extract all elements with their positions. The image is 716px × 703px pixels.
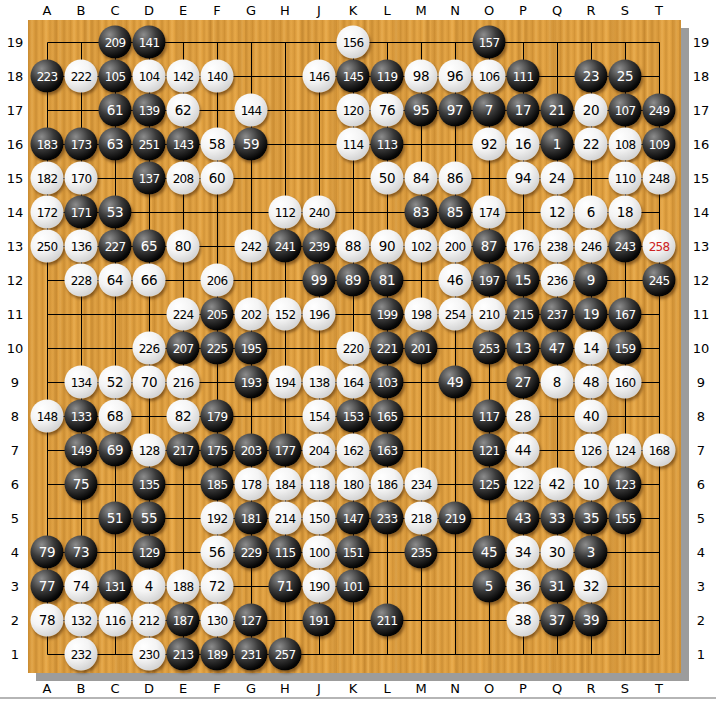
stone-D6-move-135[interactable]: 135: [133, 468, 166, 501]
stone-C19-move-209[interactable]: 209: [99, 26, 132, 59]
stone-E15-move-208[interactable]: 208: [167, 162, 200, 195]
stone-O10-move-253[interactable]: 253: [473, 332, 506, 365]
coord-label-row-18: 18: [7, 69, 24, 84]
stone-K12-move-89[interactable]: 89: [337, 264, 370, 297]
stone-O13-move-87[interactable]: 87: [473, 230, 506, 263]
stone-J2-move-191[interactable]: 191: [303, 604, 336, 637]
stone-P5-move-43[interactable]: 43: [507, 502, 540, 535]
stone-H6-move-184[interactable]: 184: [269, 468, 302, 501]
move-number: 109: [649, 138, 670, 150]
stone-C5-move-51[interactable]: 51: [99, 502, 132, 535]
stone-P11-move-215[interactable]: 215: [507, 298, 540, 331]
stone-K6-move-180[interactable]: 180: [337, 468, 370, 501]
stone-R10-move-14[interactable]: 14: [575, 332, 608, 365]
stone-E2-move-187[interactable]: 187: [167, 604, 200, 637]
stone-R16-move-22[interactable]: 22: [575, 128, 608, 161]
stone-E8-move-82[interactable]: 82: [167, 400, 200, 433]
stone-K3-move-101[interactable]: 101: [337, 570, 370, 603]
stone-A2-move-78[interactable]: 78: [31, 604, 64, 637]
stone-K5-move-147[interactable]: 147: [337, 502, 370, 535]
stone-D7-move-128[interactable]: 128: [133, 434, 166, 467]
move-number: 7: [485, 103, 493, 117]
stone-J4-move-100[interactable]: 100: [303, 536, 336, 569]
stone-P4-move-34[interactable]: 34: [507, 536, 540, 569]
stone-O3-move-5[interactable]: 5: [473, 570, 506, 603]
stone-B9-move-134[interactable]: 134: [65, 366, 98, 399]
stone-D13-move-65[interactable]: 65: [133, 230, 166, 263]
stone-R4-move-3[interactable]: 3: [575, 536, 608, 569]
stone-Q13-move-238[interactable]: 238: [541, 230, 574, 263]
stone-B13-move-136[interactable]: 136: [65, 230, 98, 263]
stone-B3-move-74[interactable]: 74: [65, 570, 98, 603]
move-number: 63: [107, 137, 124, 151]
move-number: 150: [309, 512, 330, 524]
move-number: 220: [343, 342, 364, 354]
stone-N11-move-254[interactable]: 254: [439, 298, 472, 331]
move-number: 234: [411, 478, 432, 490]
stone-S7-move-124[interactable]: 124: [609, 434, 642, 467]
stone-M17-move-95[interactable]: 95: [405, 94, 438, 127]
stone-L5-move-233[interactable]: 233: [371, 502, 404, 535]
stone-F16-move-58[interactable]: 58: [201, 128, 234, 161]
stone-D4-move-129[interactable]: 129: [133, 536, 166, 569]
stone-O12-move-197[interactable]: 197: [473, 264, 506, 297]
stone-A14-move-172[interactable]: 172: [31, 196, 64, 229]
stone-D3-move-4[interactable]: 4: [133, 570, 166, 603]
move-number: 81: [379, 273, 396, 287]
stone-K16-move-114[interactable]: 114: [337, 128, 370, 161]
stone-B16-move-173[interactable]: 173: [65, 128, 98, 161]
stone-F1-move-189[interactable]: 189: [201, 638, 234, 671]
stone-O18-move-106[interactable]: 106: [473, 60, 506, 93]
stone-G16-move-59[interactable]: 59: [235, 128, 268, 161]
stone-F7-move-175[interactable]: 175: [201, 434, 234, 467]
stone-G7-move-203[interactable]: 203: [235, 434, 268, 467]
stone-F15-move-60[interactable]: 60: [201, 162, 234, 195]
stone-E3-move-188[interactable]: 188: [167, 570, 200, 603]
stone-G2-move-127[interactable]: 127: [235, 604, 268, 637]
stone-A3-move-77[interactable]: 77: [31, 570, 64, 603]
stone-L8-move-165[interactable]: 165: [371, 400, 404, 433]
move-number: 84: [413, 171, 430, 185]
move-number: 218: [411, 512, 432, 524]
stone-P9-move-27[interactable]: 27: [507, 366, 540, 399]
stone-J3-move-190[interactable]: 190: [303, 570, 336, 603]
coord-label-col-T: T: [655, 3, 663, 18]
stone-R2-move-39[interactable]: 39: [575, 604, 608, 637]
stone-H4-move-115[interactable]: 115: [269, 536, 302, 569]
stone-N13-move-200[interactable]: 200: [439, 230, 472, 263]
stone-R18-move-23[interactable]: 23: [575, 60, 608, 93]
stone-G17-move-144[interactable]: 144: [235, 94, 268, 127]
stone-S17-move-107[interactable]: 107: [609, 94, 642, 127]
stone-D2-move-212[interactable]: 212: [133, 604, 166, 637]
stone-M13-move-102[interactable]: 102: [405, 230, 438, 263]
stone-J9-move-138[interactable]: 138: [303, 366, 336, 399]
stone-C2-move-116[interactable]: 116: [99, 604, 132, 637]
stone-Q10-move-47[interactable]: 47: [541, 332, 574, 365]
move-number: 189: [207, 648, 228, 660]
stone-G10-move-195[interactable]: 195: [235, 332, 268, 365]
stone-P12-move-15[interactable]: 15: [507, 264, 540, 297]
stone-K19-move-156[interactable]: 156: [337, 26, 370, 59]
stone-P8-move-28[interactable]: 28: [507, 400, 540, 433]
stone-O11-move-210[interactable]: 210: [473, 298, 506, 331]
stone-D10-move-226[interactable]: 226: [133, 332, 166, 365]
stone-N5-move-219[interactable]: 219: [439, 502, 472, 535]
stone-C13-move-227[interactable]: 227: [99, 230, 132, 263]
stone-K8-move-153[interactable]: 153: [337, 400, 370, 433]
stone-P17-move-17[interactable]: 17: [507, 94, 540, 127]
stone-L12-move-81[interactable]: 81: [371, 264, 404, 297]
stone-C12-move-64[interactable]: 64: [99, 264, 132, 297]
stone-S14-move-18[interactable]: 18: [609, 196, 642, 229]
stone-D12-move-66[interactable]: 66: [133, 264, 166, 297]
move-number: 100: [309, 546, 330, 558]
stone-Q9-move-8[interactable]: 8: [541, 366, 574, 399]
stone-A13-move-250[interactable]: 250: [31, 230, 64, 263]
stone-M15-move-84[interactable]: 84: [405, 162, 438, 195]
move-number: 85: [447, 205, 464, 219]
stone-S15-move-110[interactable]: 110: [609, 162, 642, 195]
stone-P18-move-111[interactable]: 111: [507, 60, 540, 93]
move-number: 94: [515, 171, 532, 185]
stone-B14-move-171[interactable]: 171: [65, 196, 98, 229]
move-number: 3: [587, 545, 595, 559]
move-number: 59: [243, 137, 260, 151]
stone-B6-move-75[interactable]: 75: [65, 468, 98, 501]
move-number: 88: [345, 239, 362, 253]
move-number: 56: [209, 545, 226, 559]
stone-Q12-move-236[interactable]: 236: [541, 264, 574, 297]
move-number: 192: [207, 512, 228, 524]
stone-R11-move-19[interactable]: 19: [575, 298, 608, 331]
stone-R13-move-246[interactable]: 246: [575, 230, 608, 263]
stone-R3-move-32[interactable]: 32: [575, 570, 608, 603]
stone-H11-move-152[interactable]: 152: [269, 298, 302, 331]
stone-Q14-move-12[interactable]: 12: [541, 196, 574, 229]
stone-G5-move-181[interactable]: 181: [235, 502, 268, 535]
stone-S11-move-167[interactable]: 167: [609, 298, 642, 331]
stone-F8-move-179[interactable]: 179: [201, 400, 234, 433]
stone-C9-move-52[interactable]: 52: [99, 366, 132, 399]
stone-E1-move-213[interactable]: 213: [167, 638, 200, 671]
stone-E7-move-217[interactable]: 217: [167, 434, 200, 467]
coord-label-col-E: E: [179, 681, 187, 696]
stone-S13-move-243[interactable]: 243: [609, 230, 642, 263]
stone-N17-move-97[interactable]: 97: [439, 94, 472, 127]
stone-E10-move-207[interactable]: 207: [167, 332, 200, 365]
move-number: 152: [275, 308, 296, 320]
stone-D16-move-251[interactable]: 251: [133, 128, 166, 161]
stone-P10-move-13[interactable]: 13: [507, 332, 540, 365]
move-number: 87: [481, 239, 498, 253]
stone-L9-move-103[interactable]: 103: [371, 366, 404, 399]
stone-Q6-move-42[interactable]: 42: [541, 468, 574, 501]
move-number: 74: [73, 579, 90, 593]
stone-S16-move-108[interactable]: 108: [609, 128, 642, 161]
stone-R9-move-48[interactable]: 48: [575, 366, 608, 399]
stone-L13-move-90[interactable]: 90: [371, 230, 404, 263]
stone-C8-move-68[interactable]: 68: [99, 400, 132, 433]
move-number: 79: [39, 545, 56, 559]
move-number: 114: [343, 138, 364, 150]
stone-O16-move-92[interactable]: 92: [473, 128, 506, 161]
stone-P16-move-16[interactable]: 16: [507, 128, 540, 161]
move-number: 32: [583, 579, 600, 593]
stone-F18-move-140[interactable]: 140: [201, 60, 234, 93]
move-number: 104: [139, 70, 160, 82]
stone-O8-move-117[interactable]: 117: [473, 400, 506, 433]
move-number: 90: [379, 239, 396, 253]
stone-M18-move-98[interactable]: 98: [405, 60, 438, 93]
move-number: 251: [139, 138, 160, 150]
stone-K7-move-162[interactable]: 162: [337, 434, 370, 467]
stone-B18-move-222[interactable]: 222: [65, 60, 98, 93]
stone-L2-move-211[interactable]: 211: [371, 604, 404, 637]
move-number: 217: [173, 444, 194, 456]
stone-O6-move-125[interactable]: 125: [473, 468, 506, 501]
stone-C16-move-63[interactable]: 63: [99, 128, 132, 161]
stone-P2-move-38[interactable]: 38: [507, 604, 540, 637]
stone-M10-move-201[interactable]: 201: [405, 332, 438, 365]
stone-C17-move-61[interactable]: 61: [99, 94, 132, 127]
stone-J12-move-99[interactable]: 99: [303, 264, 336, 297]
stone-G6-move-178[interactable]: 178: [235, 468, 268, 501]
stone-F4-move-56[interactable]: 56: [201, 536, 234, 569]
stone-F3-move-72[interactable]: 72: [201, 570, 234, 603]
move-number: 171: [71, 206, 92, 218]
stone-P13-move-176[interactable]: 176: [507, 230, 540, 263]
stone-Q3-move-31[interactable]: 31: [541, 570, 574, 603]
move-number: 119: [377, 70, 398, 82]
stone-R6-move-10[interactable]: 10: [575, 468, 608, 501]
stone-F2-move-130[interactable]: 130: [201, 604, 234, 637]
stone-O7-move-121[interactable]: 121: [473, 434, 506, 467]
move-number: 176: [513, 240, 534, 252]
coord-label-row-12: 12: [693, 273, 710, 288]
move-number: 157: [479, 36, 500, 48]
stone-G1-move-231[interactable]: 231: [235, 638, 268, 671]
stone-C18-move-105[interactable]: 105: [99, 60, 132, 93]
stone-B15-move-170[interactable]: 170: [65, 162, 98, 195]
stone-K10-move-220[interactable]: 220: [337, 332, 370, 365]
stone-D17-move-139[interactable]: 139: [133, 94, 166, 127]
stone-K9-move-164[interactable]: 164: [337, 366, 370, 399]
stone-D19-move-141[interactable]: 141: [133, 26, 166, 59]
stone-M5-move-218[interactable]: 218: [405, 502, 438, 535]
stone-M14-move-83[interactable]: 83: [405, 196, 438, 229]
go-board[interactable]: 2091411561572232221051041421401461451199…: [28, 20, 681, 673]
move-number: 58: [209, 137, 226, 151]
stone-K13-move-88[interactable]: 88: [337, 230, 370, 263]
move-number: 198: [411, 308, 432, 320]
stone-Q4-move-30[interactable]: 30: [541, 536, 574, 569]
stone-T15-move-248[interactable]: 248: [643, 162, 676, 195]
stone-A16-move-183[interactable]: 183: [31, 128, 64, 161]
stone-F6-move-185[interactable]: 185: [201, 468, 234, 501]
stone-M11-move-198[interactable]: 198: [405, 298, 438, 331]
stone-L11-move-199[interactable]: 199: [371, 298, 404, 331]
stone-N12-move-46[interactable]: 46: [439, 264, 472, 297]
stone-R8-move-40[interactable]: 40: [575, 400, 608, 433]
stone-F10-move-225[interactable]: 225: [201, 332, 234, 365]
coord-label-col-F: F: [213, 681, 220, 696]
stone-R12-move-9[interactable]: 9: [575, 264, 608, 297]
stone-T7-move-168[interactable]: 168: [643, 434, 676, 467]
stone-P6-move-122[interactable]: 122: [507, 468, 540, 501]
stone-F12-move-206[interactable]: 206: [201, 264, 234, 297]
coord-label-col-G: G: [246, 681, 256, 696]
stone-H1-move-257[interactable]: 257: [269, 638, 302, 671]
stone-N18-move-96[interactable]: 96: [439, 60, 472, 93]
stone-S9-move-160[interactable]: 160: [609, 366, 642, 399]
stone-R5-move-35[interactable]: 35: [575, 502, 608, 535]
stone-T13-move-258[interactable]: 258: [643, 230, 676, 263]
stone-L7-move-163[interactable]: 163: [371, 434, 404, 467]
stone-B12-move-228[interactable]: 228: [65, 264, 98, 297]
stone-L18-move-119[interactable]: 119: [371, 60, 404, 93]
stone-T17-move-249[interactable]: 249: [643, 94, 676, 127]
stone-S18-move-25[interactable]: 25: [609, 60, 642, 93]
coord-label-col-H: H: [280, 681, 290, 696]
stone-Q16-move-1[interactable]: 1: [541, 128, 574, 161]
stone-K18-move-145[interactable]: 145: [337, 60, 370, 93]
coord-label-col-C: C: [110, 3, 119, 18]
stone-O14-move-174[interactable]: 174: [473, 196, 506, 229]
coord-label-row-8: 8: [697, 409, 705, 424]
stone-J7-move-204[interactable]: 204: [303, 434, 336, 467]
coord-label-row-7: 7: [11, 443, 19, 458]
stone-D1-move-230[interactable]: 230: [133, 638, 166, 671]
move-number: 86: [447, 171, 464, 185]
move-number: 201: [411, 342, 432, 354]
stone-G9-move-193[interactable]: 193: [235, 366, 268, 399]
stone-D15-move-137[interactable]: 137: [133, 162, 166, 195]
move-number: 136: [71, 240, 92, 252]
stone-J13-move-239[interactable]: 239: [303, 230, 336, 263]
move-number: 24: [549, 171, 566, 185]
stone-P3-move-36[interactable]: 36: [507, 570, 540, 603]
stone-B4-move-73[interactable]: 73: [65, 536, 98, 569]
stone-Q5-move-33[interactable]: 33: [541, 502, 574, 535]
stone-C7-move-69[interactable]: 69: [99, 434, 132, 467]
stone-P15-move-94[interactable]: 94: [507, 162, 540, 195]
stone-T12-move-245[interactable]: 245: [643, 264, 676, 297]
stone-H14-move-112[interactable]: 112: [269, 196, 302, 229]
stone-K4-move-151[interactable]: 151: [337, 536, 370, 569]
stone-K17-move-120[interactable]: 120: [337, 94, 370, 127]
move-number: 12: [549, 205, 566, 219]
move-number: 47: [549, 341, 566, 355]
stone-L6-move-186[interactable]: 186: [371, 468, 404, 501]
stone-F5-move-192[interactable]: 192: [201, 502, 234, 535]
stone-S6-move-123[interactable]: 123: [609, 468, 642, 501]
stone-G4-move-229[interactable]: 229: [235, 536, 268, 569]
move-number: 148: [37, 410, 58, 422]
stone-B1-move-232[interactable]: 232: [65, 638, 98, 671]
stone-H3-move-71[interactable]: 71: [269, 570, 302, 603]
stone-B8-move-133[interactable]: 133: [65, 400, 98, 433]
stone-T16-move-109[interactable]: 109: [643, 128, 676, 161]
coord-label-row-2: 2: [697, 613, 705, 628]
move-number: 208: [173, 172, 194, 184]
coord-label-col-A: A: [43, 3, 52, 18]
move-number: 182: [37, 172, 58, 184]
stone-O4-move-45[interactable]: 45: [473, 536, 506, 569]
stone-N15-move-86[interactable]: 86: [439, 162, 472, 195]
stone-R17-move-20[interactable]: 20: [575, 94, 608, 127]
stone-N9-move-49[interactable]: 49: [439, 366, 472, 399]
stone-H7-move-177[interactable]: 177: [269, 434, 302, 467]
stone-L16-move-113[interactable]: 113: [371, 128, 404, 161]
stone-H13-move-241[interactable]: 241: [269, 230, 302, 263]
stone-H5-move-214[interactable]: 214: [269, 502, 302, 535]
stone-J14-move-240[interactable]: 240: [303, 196, 336, 229]
stone-N14-move-85[interactable]: 85: [439, 196, 472, 229]
stone-H9-move-194[interactable]: 194: [269, 366, 302, 399]
stone-Q17-move-21[interactable]: 21: [541, 94, 574, 127]
stone-O17-move-7[interactable]: 7: [473, 94, 506, 127]
stone-E17-move-62[interactable]: 62: [167, 94, 200, 127]
move-number: 71: [277, 579, 294, 593]
move-number: 65: [141, 239, 158, 253]
stone-G11-move-202[interactable]: 202: [235, 298, 268, 331]
stone-J18-move-146[interactable]: 146: [303, 60, 336, 93]
stone-A4-move-79[interactable]: 79: [31, 536, 64, 569]
stone-C14-move-53[interactable]: 53: [99, 196, 132, 229]
stone-D18-move-104[interactable]: 104: [133, 60, 166, 93]
stone-G13-move-242[interactable]: 242: [235, 230, 268, 263]
stone-S10-move-159[interactable]: 159: [609, 332, 642, 365]
move-number: 179: [207, 410, 228, 422]
stone-D9-move-70[interactable]: 70: [133, 366, 166, 399]
stone-Q15-move-24[interactable]: 24: [541, 162, 574, 195]
stone-O19-move-157[interactable]: 157: [473, 26, 506, 59]
stone-J11-move-196[interactable]: 196: [303, 298, 336, 331]
stone-J6-move-118[interactable]: 118: [303, 468, 336, 501]
stone-M4-move-235[interactable]: 235: [405, 536, 438, 569]
stone-B7-move-149[interactable]: 149: [65, 434, 98, 467]
move-number: 147: [343, 512, 364, 524]
stone-E13-move-80[interactable]: 80: [167, 230, 200, 263]
stone-E9-move-216[interactable]: 216: [167, 366, 200, 399]
move-number: 209: [105, 36, 126, 48]
stone-S5-move-155[interactable]: 155: [609, 502, 642, 535]
stone-R7-move-126[interactable]: 126: [575, 434, 608, 467]
stone-C3-move-131[interactable]: 131: [99, 570, 132, 603]
stone-A8-move-148[interactable]: 148: [31, 400, 64, 433]
stone-A18-move-223[interactable]: 223: [31, 60, 64, 93]
stone-B2-move-132[interactable]: 132: [65, 604, 98, 637]
stone-R14-move-6[interactable]: 6: [575, 196, 608, 229]
stone-E11-move-224[interactable]: 224: [167, 298, 200, 331]
stone-Q2-move-37[interactable]: 37: [541, 604, 574, 637]
stone-L10-move-221[interactable]: 221: [371, 332, 404, 365]
stone-J8-move-154[interactable]: 154: [303, 400, 336, 433]
stone-Q11-move-237[interactable]: 237: [541, 298, 574, 331]
stone-P7-move-44[interactable]: 44: [507, 434, 540, 467]
stone-E18-move-142[interactable]: 142: [167, 60, 200, 93]
stone-L17-move-76[interactable]: 76: [371, 94, 404, 127]
stone-J5-move-150[interactable]: 150: [303, 502, 336, 535]
stone-E16-move-143[interactable]: 143: [167, 128, 200, 161]
stone-A15-move-182[interactable]: 182: [31, 162, 64, 195]
stone-D5-move-55[interactable]: 55: [133, 502, 166, 535]
stone-F11-move-205[interactable]: 205: [201, 298, 234, 331]
stone-M6-move-234[interactable]: 234: [405, 468, 438, 501]
stone-L15-move-50[interactable]: 50: [371, 162, 404, 195]
